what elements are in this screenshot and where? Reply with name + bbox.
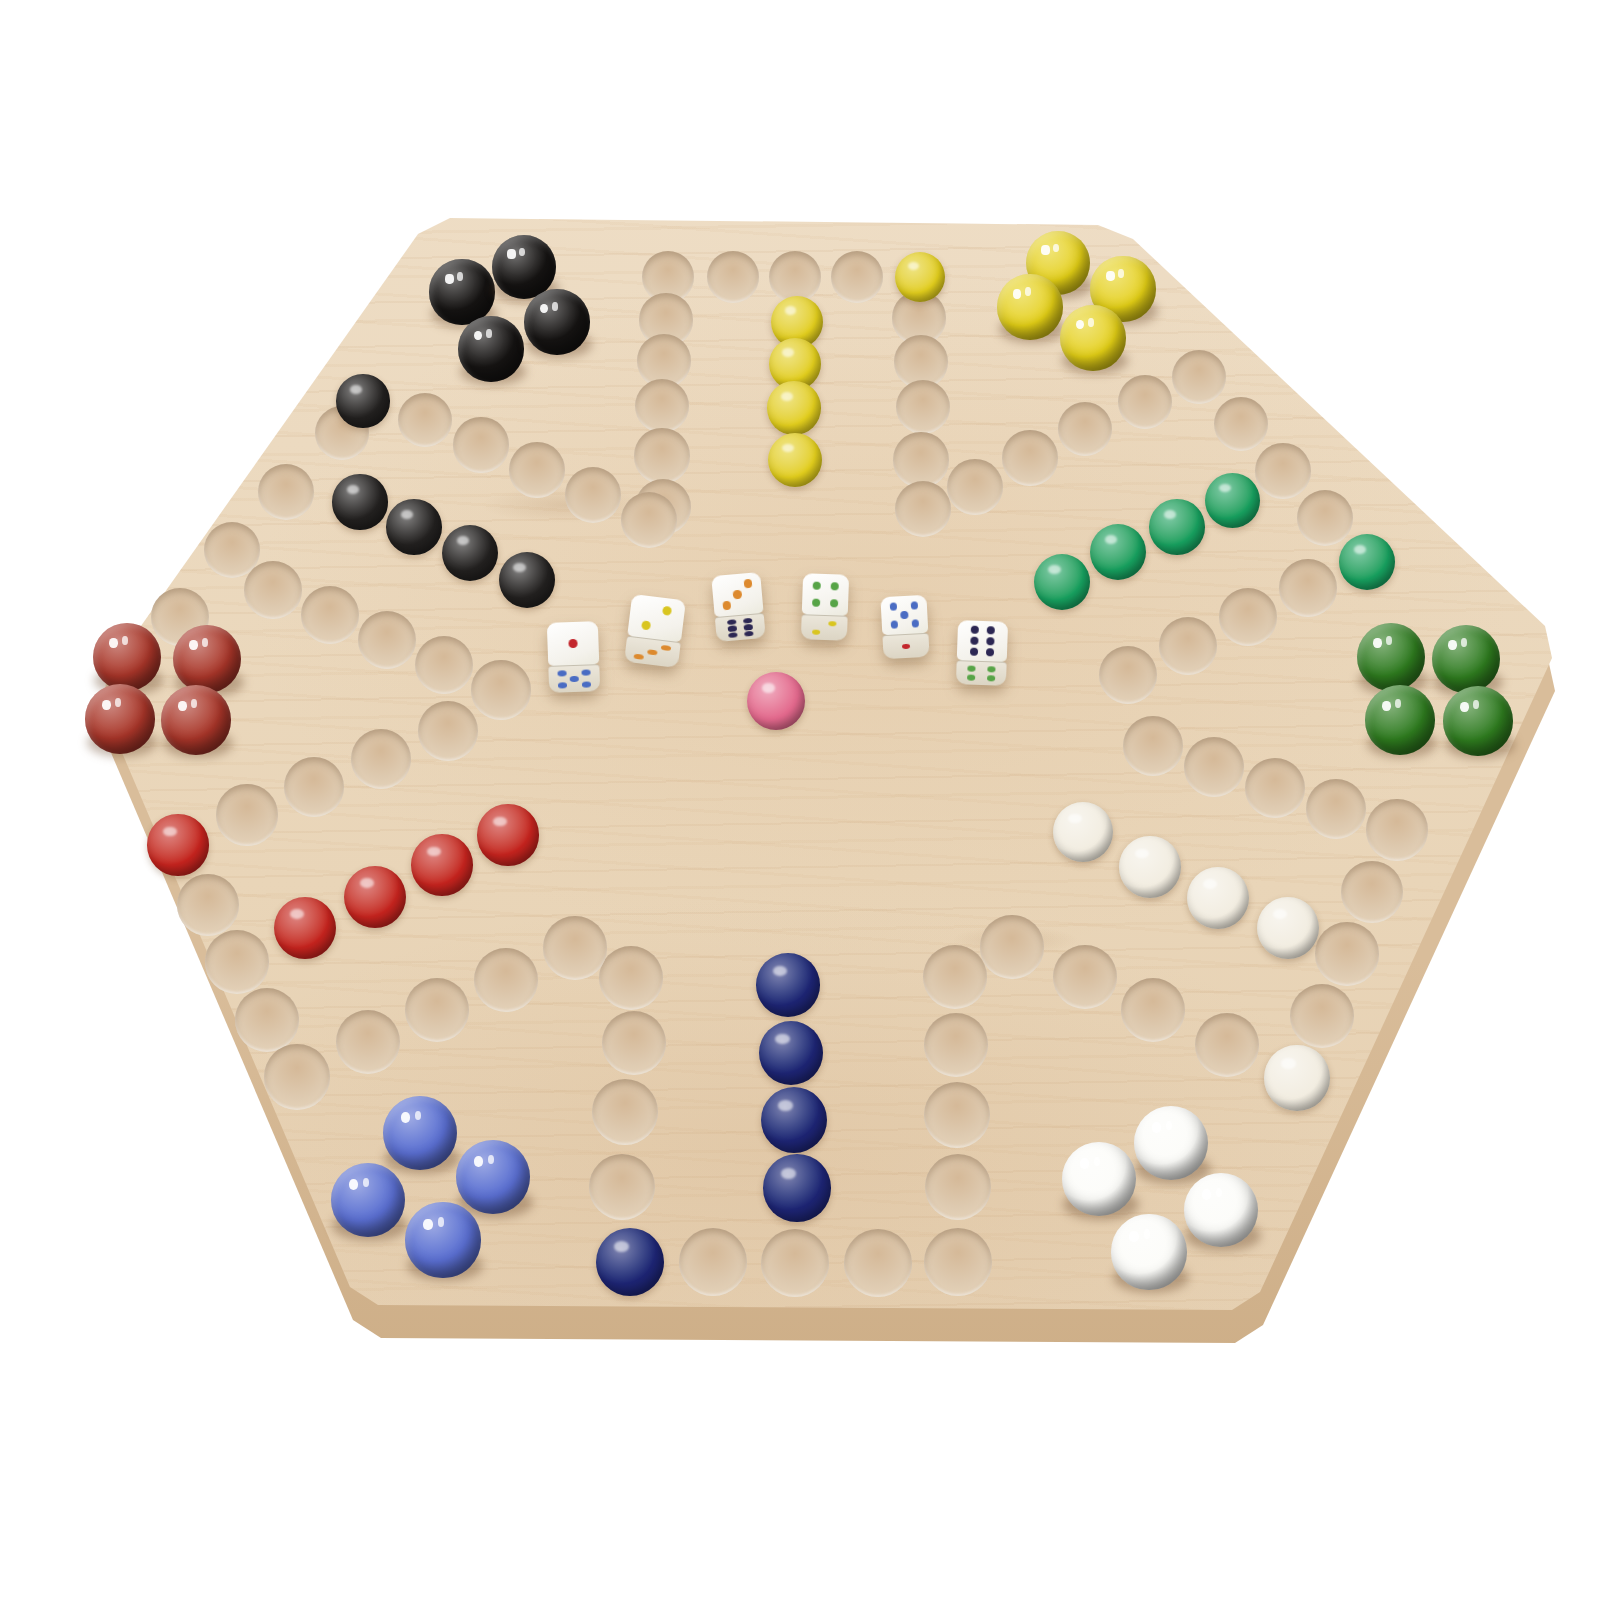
marble-highlight bbox=[122, 636, 128, 645]
marble-highlight bbox=[1106, 271, 1114, 281]
die-pip bbox=[662, 606, 672, 616]
die-pip bbox=[911, 619, 919, 627]
die-3[interactable] bbox=[711, 572, 766, 642]
die-pip bbox=[570, 676, 579, 682]
marble-green-home[interactable] bbox=[1034, 554, 1090, 610]
hole[interactable] bbox=[1290, 984, 1354, 1048]
marble-blue-home[interactable] bbox=[761, 1087, 827, 1153]
marble-highlight bbox=[1354, 545, 1366, 554]
die-pip bbox=[647, 649, 657, 656]
hole[interactable] bbox=[924, 1082, 990, 1148]
marble-highlight bbox=[1461, 638, 1467, 647]
hole[interactable] bbox=[893, 432, 948, 487]
marble-highlight bbox=[1460, 702, 1469, 712]
marble-highlight bbox=[540, 304, 548, 314]
marble-highlight bbox=[1088, 318, 1094, 327]
die-front-face bbox=[548, 664, 600, 693]
hole[interactable] bbox=[235, 988, 299, 1052]
marble-white-base[interactable] bbox=[1062, 1142, 1136, 1216]
hole[interactable] bbox=[1297, 490, 1353, 546]
die-pip bbox=[743, 618, 752, 624]
hole[interactable] bbox=[761, 1229, 829, 1297]
hole[interactable] bbox=[509, 442, 565, 498]
hole[interactable] bbox=[1118, 375, 1172, 429]
marble-highlight bbox=[908, 262, 919, 270]
marble-highlight bbox=[778, 1100, 793, 1111]
marble-red-home[interactable] bbox=[477, 804, 538, 865]
marble-highlight bbox=[1025, 287, 1031, 295]
die-front-face bbox=[956, 660, 1007, 686]
hole[interactable] bbox=[1172, 350, 1226, 404]
marble-highlight bbox=[474, 331, 483, 341]
hole[interactable] bbox=[707, 251, 759, 303]
die-2[interactable] bbox=[624, 594, 686, 668]
hole[interactable] bbox=[634, 428, 689, 483]
marble-highlight bbox=[782, 348, 794, 356]
marble-highlight bbox=[486, 329, 492, 338]
marble-blue-base[interactable] bbox=[383, 1096, 457, 1170]
marble-yellow-base[interactable] bbox=[997, 274, 1062, 339]
marble-highlight bbox=[1273, 909, 1287, 919]
marble-highlight bbox=[1386, 636, 1392, 645]
marble-highlight bbox=[423, 1219, 433, 1230]
marble-highlight bbox=[457, 536, 469, 545]
marble-highlight bbox=[1118, 269, 1124, 277]
marble-highlight bbox=[360, 878, 374, 888]
die-6[interactable] bbox=[956, 620, 1008, 686]
marble-highlight bbox=[401, 510, 413, 519]
marble-white-home[interactable] bbox=[1187, 867, 1249, 929]
marble-highlight bbox=[552, 302, 558, 310]
hole[interactable] bbox=[831, 251, 883, 303]
marble-highlight bbox=[1166, 1121, 1173, 1131]
die-top-face bbox=[957, 620, 1008, 662]
die-top-face bbox=[711, 572, 763, 617]
die-pip bbox=[986, 637, 995, 646]
hole[interactable] bbox=[1366, 799, 1427, 860]
hole[interactable] bbox=[471, 660, 530, 719]
hole[interactable] bbox=[1053, 945, 1117, 1009]
die-top-face bbox=[627, 594, 686, 642]
marble-highlight bbox=[1135, 849, 1149, 859]
hole[interactable] bbox=[1002, 430, 1057, 485]
marble-highlight bbox=[773, 966, 787, 976]
marble-yellow-home[interactable] bbox=[767, 381, 820, 434]
die-pip bbox=[986, 648, 995, 657]
hole[interactable] bbox=[980, 915, 1043, 978]
die-pip bbox=[728, 626, 737, 632]
marble-highlight bbox=[191, 699, 197, 708]
marble-red-base[interactable] bbox=[85, 684, 155, 754]
die-pip bbox=[744, 579, 753, 588]
die-pip bbox=[889, 603, 897, 611]
marble-highlight bbox=[109, 638, 118, 648]
die-pip bbox=[830, 599, 838, 607]
marble-highlight bbox=[1164, 510, 1176, 519]
die-1[interactable] bbox=[547, 621, 600, 693]
marble-black-home[interactable] bbox=[386, 499, 441, 554]
marble-highlight bbox=[178, 701, 187, 711]
marble-green-home[interactable] bbox=[1090, 524, 1146, 580]
die-4[interactable] bbox=[801, 573, 849, 641]
die-pip bbox=[744, 631, 753, 637]
hole[interactable] bbox=[244, 561, 301, 618]
die-pip bbox=[967, 666, 976, 672]
marble-highlight bbox=[202, 638, 208, 647]
marble-highlight bbox=[1202, 1189, 1212, 1200]
hole[interactable] bbox=[1219, 588, 1277, 646]
die-front-face bbox=[801, 614, 848, 641]
die-pip bbox=[970, 648, 979, 657]
hole[interactable] bbox=[1341, 861, 1403, 923]
marble-highlight bbox=[519, 248, 525, 256]
hole[interactable] bbox=[1121, 978, 1185, 1042]
hole[interactable] bbox=[1255, 443, 1311, 499]
marble-highlight bbox=[474, 1156, 484, 1167]
hole[interactable] bbox=[474, 948, 538, 1012]
hole[interactable] bbox=[405, 978, 469, 1042]
marble-highlight bbox=[488, 1155, 495, 1165]
die-pip bbox=[581, 670, 590, 676]
marble-highlight bbox=[1395, 699, 1401, 708]
die-pip bbox=[812, 582, 820, 590]
hole[interactable] bbox=[336, 1010, 401, 1075]
marble-blue-base[interactable] bbox=[331, 1163, 406, 1238]
die-pip bbox=[900, 611, 908, 619]
hole[interactable] bbox=[621, 492, 677, 548]
hole[interactable] bbox=[205, 930, 268, 993]
marble-highlight bbox=[1048, 565, 1060, 574]
marble-black-base[interactable] bbox=[458, 316, 524, 382]
hole[interactable] bbox=[543, 916, 606, 979]
hole[interactable] bbox=[599, 946, 663, 1010]
die-pip bbox=[902, 644, 910, 649]
die-pip bbox=[729, 632, 738, 638]
die-pip bbox=[967, 675, 976, 681]
hole[interactable] bbox=[216, 784, 277, 845]
hole[interactable] bbox=[895, 481, 951, 537]
marble-highlight bbox=[1373, 638, 1382, 648]
marble-green-track[interactable] bbox=[1339, 534, 1395, 590]
marble-highlight bbox=[1068, 814, 1081, 824]
marble-highlight bbox=[1105, 535, 1117, 544]
die-pip bbox=[831, 583, 839, 591]
die-pip bbox=[986, 626, 995, 635]
hole[interactable] bbox=[258, 464, 314, 520]
hole[interactable] bbox=[351, 729, 411, 789]
marble-white-base[interactable] bbox=[1184, 1173, 1259, 1248]
marble-white-base[interactable] bbox=[1111, 1214, 1186, 1289]
marble-highlight bbox=[102, 700, 111, 710]
hole[interactable] bbox=[1159, 617, 1217, 675]
die-pip bbox=[661, 645, 671, 652]
marble-green-home[interactable] bbox=[1149, 499, 1204, 554]
die-pip bbox=[558, 683, 567, 689]
hole[interactable] bbox=[415, 636, 474, 695]
marble-black-home[interactable] bbox=[442, 525, 498, 581]
die-pip bbox=[910, 602, 918, 610]
marble-highlight bbox=[785, 306, 796, 314]
die-pip bbox=[744, 624, 753, 630]
marble-highlight bbox=[1129, 1231, 1139, 1242]
die-pip bbox=[582, 682, 591, 688]
marble-highlight bbox=[493, 817, 506, 827]
die-top-face bbox=[547, 621, 599, 666]
hole[interactable] bbox=[284, 757, 345, 818]
marble-highlight bbox=[1448, 640, 1457, 650]
marble-highlight bbox=[1281, 1058, 1295, 1068]
hole[interactable] bbox=[1195, 1013, 1260, 1078]
marble-highlight bbox=[427, 847, 441, 857]
hole[interactable] bbox=[264, 1044, 329, 1109]
die-pip bbox=[558, 671, 567, 677]
die-pip bbox=[987, 666, 996, 672]
marble-highlight bbox=[1013, 289, 1021, 299]
marble-highlight bbox=[1080, 1158, 1090, 1169]
die-pip bbox=[970, 625, 979, 634]
marble-green-home[interactable] bbox=[1205, 473, 1260, 528]
marble-highlight bbox=[762, 683, 775, 692]
marble-highlight bbox=[507, 249, 515, 259]
hole[interactable] bbox=[1315, 922, 1378, 985]
marble-highlight bbox=[290, 909, 304, 919]
die-pip bbox=[890, 620, 898, 628]
die-pip bbox=[733, 590, 742, 599]
marble-highlight bbox=[349, 1179, 359, 1190]
hole[interactable] bbox=[844, 1229, 912, 1297]
marble-highlight bbox=[115, 698, 121, 707]
die-front-face bbox=[882, 633, 929, 659]
hole[interactable] bbox=[896, 380, 951, 435]
marble-black-base[interactable] bbox=[524, 289, 589, 354]
marble-white-track[interactable] bbox=[1264, 1045, 1329, 1110]
marble-blue-track[interactable] bbox=[596, 1228, 665, 1297]
die-front-face bbox=[715, 613, 766, 642]
marble-highlight bbox=[775, 1034, 789, 1044]
marble-white-home[interactable] bbox=[1119, 836, 1181, 898]
marble-highlight bbox=[1053, 244, 1059, 252]
marble-black-track[interactable] bbox=[336, 374, 389, 427]
die-pip bbox=[970, 636, 979, 645]
marble-highlight bbox=[401, 1112, 411, 1123]
hole[interactable] bbox=[358, 611, 416, 669]
hole[interactable] bbox=[679, 1228, 747, 1296]
marble-highlight bbox=[781, 1168, 796, 1179]
die-pip bbox=[829, 621, 837, 626]
marble-green-base[interactable] bbox=[1365, 685, 1435, 755]
marble-highlight bbox=[614, 1241, 629, 1252]
marble-highlight bbox=[163, 827, 176, 837]
die-top-face bbox=[880, 595, 928, 635]
marble-blue-base[interactable] bbox=[405, 1202, 480, 1277]
die-pip bbox=[722, 601, 731, 610]
die-pip bbox=[728, 619, 737, 625]
marble-black-base[interactable] bbox=[429, 259, 494, 324]
hole[interactable] bbox=[923, 945, 987, 1009]
hole[interactable] bbox=[565, 467, 621, 523]
hole[interactable] bbox=[947, 459, 1003, 515]
marble-white-base[interactable] bbox=[1134, 1106, 1208, 1180]
marble-black-home[interactable] bbox=[499, 552, 555, 608]
hole[interactable] bbox=[453, 417, 508, 472]
marble-red-base[interactable] bbox=[161, 685, 231, 755]
hole[interactable] bbox=[635, 379, 689, 433]
marble-highlight bbox=[1094, 1157, 1101, 1167]
marble-highlight bbox=[1203, 879, 1217, 889]
marble-highlight bbox=[1473, 700, 1479, 709]
marble-highlight bbox=[1144, 1229, 1151, 1239]
die-5[interactable] bbox=[880, 595, 929, 659]
die-pip bbox=[569, 639, 578, 648]
board-photo bbox=[0, 0, 1600, 1600]
marble-yellow-base[interactable] bbox=[1060, 305, 1126, 371]
marble-highlight bbox=[1152, 1122, 1162, 1133]
marble-highlight bbox=[1076, 320, 1085, 330]
die-pip bbox=[812, 598, 820, 606]
marble-highlight bbox=[782, 444, 794, 453]
die-pip bbox=[987, 676, 996, 682]
marble-highlight bbox=[1216, 1188, 1223, 1198]
marble-highlight bbox=[347, 485, 359, 494]
hole[interactable] bbox=[1184, 737, 1244, 797]
marble-highlight bbox=[1382, 701, 1391, 711]
marble-highlight bbox=[350, 385, 362, 394]
marble-highlight bbox=[513, 563, 525, 572]
marble-highlight bbox=[457, 272, 463, 280]
hole[interactable] bbox=[592, 1079, 658, 1145]
hole[interactable] bbox=[1279, 559, 1336, 616]
marble-green-base[interactable] bbox=[1443, 686, 1513, 756]
marble-highlight bbox=[1219, 484, 1231, 493]
hole[interactable] bbox=[418, 701, 478, 761]
marble-highlight bbox=[781, 392, 793, 401]
marble-pink-center[interactable] bbox=[747, 672, 806, 731]
marble-yellow-home[interactable] bbox=[768, 433, 822, 487]
hole[interactable] bbox=[1123, 716, 1183, 776]
marble-highlight bbox=[1041, 245, 1049, 255]
hole[interactable] bbox=[301, 586, 359, 644]
hole[interactable] bbox=[924, 1013, 989, 1078]
die-pip bbox=[634, 653, 644, 660]
hole[interactable] bbox=[602, 1011, 667, 1076]
marble-highlight bbox=[189, 640, 198, 650]
marble-red-track[interactable] bbox=[147, 814, 208, 875]
marble-highlight bbox=[415, 1111, 422, 1121]
die-top-face bbox=[802, 573, 849, 616]
marble-red-home[interactable] bbox=[344, 866, 406, 928]
marble-red-home[interactable] bbox=[411, 834, 473, 896]
die-pip bbox=[641, 620, 651, 630]
marble-blue-home[interactable] bbox=[763, 1154, 830, 1221]
hole[interactable] bbox=[1245, 758, 1306, 819]
marble-blue-base[interactable] bbox=[456, 1140, 530, 1214]
marble-highlight bbox=[445, 274, 453, 284]
marble-highlight bbox=[438, 1217, 445, 1227]
marble-black-home[interactable] bbox=[332, 474, 387, 529]
die-pip bbox=[812, 630, 820, 635]
hole[interactable] bbox=[924, 1228, 992, 1296]
marble-blue-home[interactable] bbox=[756, 953, 820, 1017]
marble-highlight bbox=[363, 1178, 370, 1188]
hole[interactable] bbox=[177, 874, 239, 936]
